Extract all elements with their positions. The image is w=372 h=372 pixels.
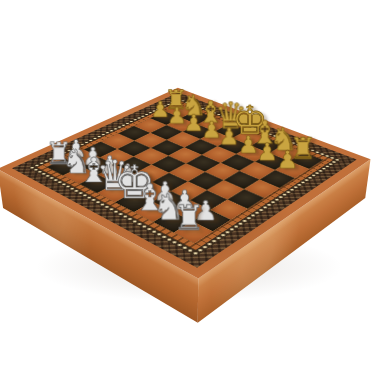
- scene: ♜♞♝♛♚♝♞♜♟♟♟♟♟♟♟♟♟♟♟♟♟♟♟♟♜♞♝♛♚♝♞♜: [0, 0, 372, 372]
- black-pawn-h7[interactable]: ♟: [274, 148, 299, 172]
- white-rook-h1[interactable]: ♜: [173, 201, 201, 236]
- product-photo-stage: ♜♞♝♛♚♝♞♜♟♟♟♟♟♟♟♟♟♟♟♟♟♟♟♟♜♞♝♛♚♝♞♜: [0, 0, 372, 372]
- chess-case: ♜♞♝♛♚♝♞♜♟♟♟♟♟♟♟♟♟♟♟♟♟♟♟♟♜♞♝♛♚♝♞♜: [0, 88, 370, 279]
